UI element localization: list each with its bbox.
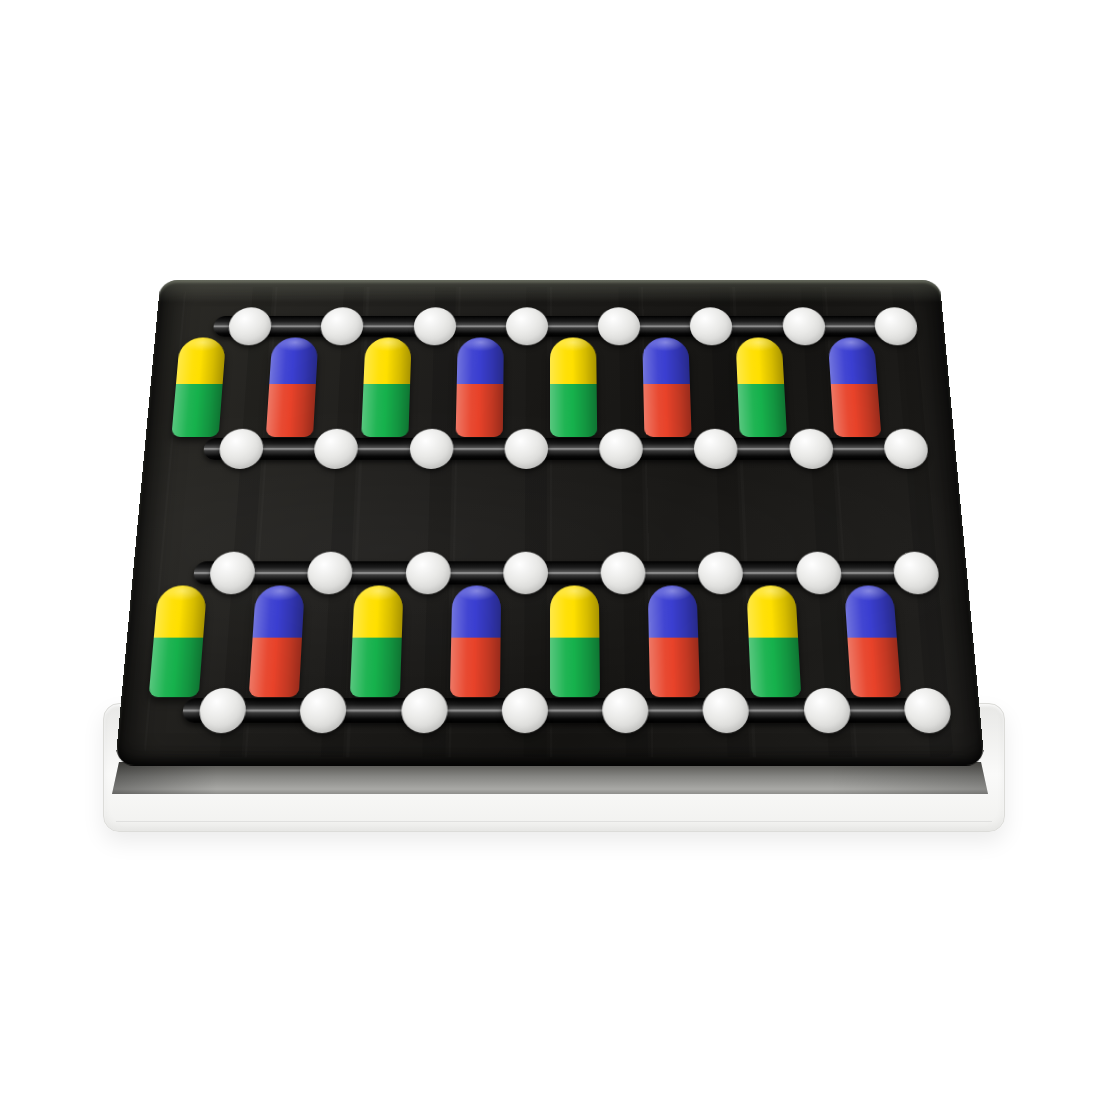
white-ball[interactable] [198,688,247,733]
white-ball[interactable] [228,307,273,345]
white-ball[interactable] [314,429,359,469]
white-ball[interactable] [504,429,548,469]
cylinder-yellow-green[interactable] [361,337,411,436]
white-ball[interactable] [299,688,347,733]
cylinder-yellow-green[interactable] [550,337,597,436]
white-ball[interactable] [698,552,744,595]
cylinder-blue-red[interactable] [828,337,882,436]
white-ball[interactable] [598,307,641,345]
tray-content [115,280,985,765]
cylinder-yellow-green[interactable] [349,585,403,697]
cylinder-yellow-green[interactable] [171,337,226,436]
white-ball[interactable] [320,307,364,345]
white-ball[interactable] [601,552,646,595]
white-ball[interactable] [413,307,456,345]
white-ball[interactable] [782,307,826,345]
cylinder-blue-red[interactable] [455,337,503,436]
white-ball[interactable] [694,429,739,469]
white-ball[interactable] [690,307,734,345]
black-tray-insert [115,280,985,765]
white-ball[interactable] [502,688,548,733]
white-ball[interactable] [409,429,453,469]
white-ball[interactable] [209,552,257,595]
white-ball[interactable] [218,429,264,469]
cylinder-blue-red[interactable] [450,585,501,697]
white-ball[interactable] [503,552,548,595]
white-ball[interactable] [400,688,447,733]
cylinder-yellow-green[interactable] [149,585,208,697]
white-ball[interactable] [506,307,548,345]
white-ball[interactable] [599,429,643,469]
white-ball[interactable] [883,429,930,469]
ball-row-upper [179,306,921,347]
cylinder-yellow-green[interactable] [746,585,801,697]
tray-section-top [168,306,931,471]
white-ball[interactable] [307,552,354,595]
ball-row-upper [157,550,942,596]
cylinder-blue-red[interactable] [249,585,305,697]
cylinder-yellow-green[interactable] [550,585,600,697]
tray-section-bottom [145,550,955,735]
ball-row-lower [145,686,955,735]
cylinder-blue-red[interactable] [648,585,700,697]
cylinder-blue-red[interactable] [844,585,901,697]
white-ball[interactable] [702,688,750,733]
cylinder-yellow-green[interactable] [735,337,787,436]
product-photo [0,0,1100,1100]
white-ball[interactable] [795,552,842,595]
white-ball[interactable] [788,429,834,469]
white-ball[interactable] [903,688,953,733]
white-ball[interactable] [405,552,451,595]
cylinder-blue-red[interactable] [266,337,319,436]
white-ball[interactable] [602,688,649,733]
white-ball[interactable] [892,552,940,595]
tray-front-wall [112,762,988,794]
ball-row-lower [168,427,931,471]
white-ball[interactable] [873,307,918,345]
cylinder-blue-red[interactable] [643,337,692,436]
white-ball[interactable] [803,688,852,733]
